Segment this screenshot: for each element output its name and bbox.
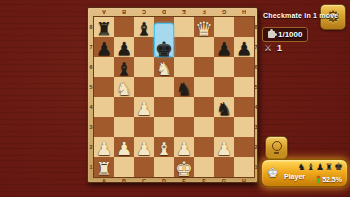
piece-black-bishop-c8[interactable]: ♝ [134, 17, 154, 37]
white-knight-glyph: ♞ [156, 59, 172, 78]
square-b3[interactable] [114, 117, 134, 137]
square-a3[interactable] [94, 117, 114, 137]
captured-bishop-icon: ♝ [307, 162, 315, 172]
file-label-H: H [234, 8, 254, 16]
piece-white-pawn-b2[interactable]: ♟ [114, 137, 134, 157]
piece-white-queen-f8[interactable]: ♛ [194, 17, 214, 37]
square-c6[interactable] [134, 57, 154, 77]
file-label-H: H [234, 177, 254, 185]
attempts-row: ⚔ 1 [264, 43, 282, 53]
piece-black-bishop-b6[interactable]: ♝ [114, 57, 134, 77]
square-e3[interactable] [174, 117, 194, 137]
square-d1[interactable] [154, 157, 174, 177]
black-rook-glyph: ♜ [96, 19, 112, 38]
white-pawn-glyph: ♟ [136, 99, 152, 118]
puzzle-piece-icon [268, 31, 275, 38]
white-bishop-glyph: ♝ [156, 139, 172, 158]
square-f4[interactable] [194, 97, 214, 117]
white-king-glyph: ♚ [175, 159, 193, 179]
file-label-C: C [134, 177, 154, 185]
player-label: Player [284, 173, 305, 180]
square-h5[interactable] [234, 77, 254, 97]
piece-white-pawn-c4[interactable]: ♟ [134, 97, 154, 117]
black-knight-glyph: ♞ [176, 79, 192, 98]
captured-knight-icon: ♞ [298, 162, 306, 172]
file-label-E: E [174, 8, 194, 16]
square-g3[interactable] [214, 117, 234, 137]
white-king-icon: ♚ [267, 165, 279, 181]
puzzle-progress-box: 1/1000 [262, 27, 308, 42]
square-g5[interactable] [214, 77, 234, 97]
square-a6[interactable] [94, 57, 114, 77]
attempts-value: 1 [277, 43, 282, 53]
square-h1[interactable] [234, 157, 254, 177]
piece-black-pawn-b7[interactable]: ♟ [114, 37, 134, 57]
white-rook-glyph: ♜ [96, 159, 112, 178]
square-d5[interactable] [154, 77, 174, 97]
black-pawn-glyph: ♟ [96, 39, 112, 58]
black-king-glyph: ♚ [155, 39, 173, 59]
black-pawn-glyph: ♟ [116, 39, 132, 58]
file-label-G: G [214, 177, 234, 185]
square-f3[interactable] [194, 117, 214, 137]
captured-pieces-row: ♞♝♟♜♚ [298, 162, 343, 172]
file-label-B: B [114, 8, 134, 16]
file-labels-top: ABCDEFGH [94, 8, 254, 16]
white-queen-glyph: ♛ [195, 19, 213, 39]
white-pawn-glyph: ♟ [96, 139, 112, 158]
piece-black-pawn-a7[interactable]: ♟ [94, 37, 114, 57]
square-e4[interactable] [174, 97, 194, 117]
square-e6[interactable] [174, 57, 194, 77]
square-h2[interactable] [234, 137, 254, 157]
player-panel: ♚ Player ♞♝♟♜♚ 52.5% [261, 159, 348, 187]
piece-black-king-d7[interactable]: ♚ [154, 37, 174, 57]
black-bishop-glyph: ♝ [136, 19, 152, 38]
puzzle-progress-value: 1/1000 [278, 30, 302, 39]
piece-white-knight-b5[interactable]: ♞ [114, 77, 134, 97]
square-g8[interactable] [214, 17, 234, 37]
file-label-B: B [114, 177, 134, 185]
puzzle-title: Checkmate in 1 move [263, 12, 338, 19]
piece-white-bishop-d2[interactable]: ♝ [154, 137, 174, 157]
square-f6[interactable] [194, 57, 214, 77]
square-g6[interactable] [214, 57, 234, 77]
piece-black-knight-e5[interactable]: ♞ [174, 77, 194, 97]
square-b4[interactable] [114, 97, 134, 117]
square-h6[interactable] [234, 57, 254, 77]
file-label-F: F [194, 177, 214, 185]
file-label-D: D [154, 177, 174, 185]
white-knight-glyph: ♞ [116, 79, 132, 98]
square-a4[interactable] [94, 97, 114, 117]
black-bishop-glyph: ♝ [116, 59, 132, 78]
crossed-swords-icon: ⚔ [264, 43, 272, 53]
square-a5[interactable] [94, 77, 114, 97]
gauge-icon [317, 176, 320, 183]
piece-white-pawn-a2[interactable]: ♟ [94, 137, 114, 157]
square-g1[interactable] [214, 157, 234, 177]
lightbulb-icon [272, 141, 282, 151]
square-h3[interactable] [234, 117, 254, 137]
file-label-C: C [134, 8, 154, 16]
white-pawn-glyph: ♟ [116, 139, 132, 158]
piece-black-pawn-h7[interactable]: ♟ [234, 37, 254, 57]
piece-white-king-e1[interactable]: ♚ [174, 157, 194, 177]
black-pawn-glyph: ♟ [216, 39, 232, 58]
square-f5[interactable] [194, 77, 214, 97]
hint-button[interactable] [265, 136, 288, 159]
win-rate: 52.5% [317, 176, 342, 183]
square-h4[interactable] [234, 97, 254, 117]
square-b1[interactable] [114, 157, 134, 177]
captured-king-icon: ♚ [334, 162, 343, 172]
piece-white-rook-a1[interactable]: ♜ [94, 157, 114, 177]
file-label-D: D [154, 8, 174, 16]
lightbulb-base [274, 152, 279, 155]
piece-black-rook-a8[interactable]: ♜ [94, 17, 114, 37]
piece-black-pawn-g7[interactable]: ♟ [214, 37, 234, 57]
piece-white-knight-d6[interactable]: ♞ [154, 57, 174, 77]
black-knight-glyph: ♞ [216, 99, 232, 118]
square-c5[interactable] [134, 77, 154, 97]
square-f1[interactable] [194, 157, 214, 177]
square-c7[interactable] [134, 37, 154, 57]
square-f2[interactable] [194, 137, 214, 157]
square-c3[interactable] [134, 117, 154, 137]
file-label-A: A [94, 8, 114, 16]
captured-rook-icon: ♜ [325, 162, 333, 172]
square-e7[interactable] [174, 37, 194, 57]
piece-black-knight-g4[interactable]: ♞ [214, 97, 234, 117]
chess-board: ABCDEFGH ABCDEFGH 87654321 87654321 ♜♝♛♟… [87, 7, 258, 183]
white-pawn-glyph: ♟ [136, 139, 152, 158]
win-rate-value: 52.5% [322, 176, 342, 183]
file-label-G: G [214, 8, 234, 16]
square-b8[interactable] [114, 17, 134, 37]
square-e8[interactable] [174, 17, 194, 37]
white-pawn-glyph: ♟ [176, 139, 192, 158]
piece-white-pawn-c2[interactable]: ♟ [134, 137, 154, 157]
square-d4[interactable] [154, 97, 174, 117]
file-labels-bottom: ABCDEFGH [94, 177, 254, 185]
piece-white-pawn-e2[interactable]: ♟ [174, 137, 194, 157]
file-label-F: F [194, 8, 214, 16]
piece-white-pawn-g2[interactable]: ♟ [214, 137, 234, 157]
black-pawn-glyph: ♟ [236, 39, 252, 58]
square-d3[interactable] [154, 117, 174, 137]
square-h8[interactable] [234, 17, 254, 37]
white-pawn-glyph: ♟ [216, 139, 232, 158]
board-grid: ♜♝♛♟♟♚♟♟♝♞♞♞♟♞♟♟♟♝♟♟♜♚ [94, 17, 254, 177]
captured-pawn-icon: ♟ [316, 162, 324, 172]
square-c1[interactable] [134, 157, 154, 177]
